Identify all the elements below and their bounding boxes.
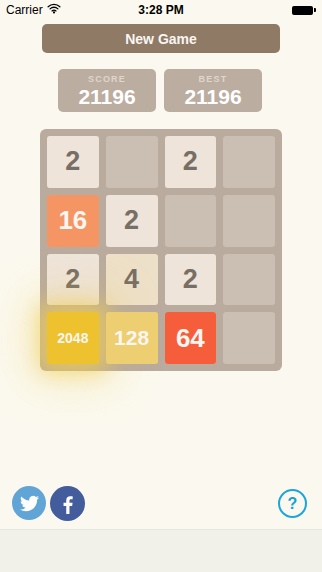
best-box: BEST 21196 — [164, 69, 262, 112]
empty-cell — [223, 195, 275, 247]
help-button[interactable]: ? — [278, 489, 307, 518]
cell-tile-2: 2 — [106, 195, 158, 247]
cell-tile-2: 2 — [47, 136, 99, 188]
score-label: SCORE — [88, 74, 126, 84]
tile-4: 4 — [106, 254, 158, 306]
cell-tile-4: 4 — [106, 254, 158, 306]
empty-cell — [106, 136, 158, 188]
tile-2: 2 — [165, 254, 217, 306]
tile-2048: 2048 — [47, 312, 99, 364]
tile-16: 16 — [47, 195, 99, 247]
cell-tile-128: 128 — [106, 312, 158, 364]
empty-cell — [165, 195, 217, 247]
board[interactable]: 22162242204812864 — [40, 129, 282, 371]
tile-2: 2 — [47, 136, 99, 188]
cell-tile-2: 2 — [47, 254, 99, 306]
footer-strip — [0, 529, 322, 572]
tile-2: 2 — [106, 195, 158, 247]
cell-tile-2: 2 — [165, 136, 217, 188]
battery-icon — [292, 6, 316, 15]
empty-cell — [223, 312, 275, 364]
facebook-icon — [57, 493, 79, 515]
cell-tile-16: 16 — [47, 195, 99, 247]
twitter-share-button[interactable] — [12, 486, 46, 520]
carrier-label: Carrier — [6, 3, 43, 17]
wifi-icon — [47, 3, 61, 17]
tile-128: 128 — [106, 312, 158, 364]
tile-64: 64 — [165, 312, 217, 364]
score-box: SCORE 21196 — [58, 69, 156, 112]
best-value: 21196 — [184, 85, 241, 109]
cell-tile-64: 64 — [165, 312, 217, 364]
score-panel: SCORE 21196 BEST 21196 — [58, 69, 262, 112]
status-bar: 3:28 PM Carrier — [0, 0, 322, 20]
empty-cell — [223, 136, 275, 188]
new-game-button[interactable]: New Game — [42, 24, 280, 53]
cell-tile-2: 2 — [165, 254, 217, 306]
tile-2: 2 — [47, 254, 99, 306]
empty-cell — [223, 254, 275, 306]
score-value: 21196 — [78, 85, 135, 109]
facebook-share-button[interactable] — [50, 486, 85, 521]
best-label: BEST — [199, 74, 228, 84]
tile-2: 2 — [165, 136, 217, 188]
app-screen: 3:28 PM Carrier New Game SCORE 21196 BES… — [0, 0, 322, 572]
cell-tile-2048: 2048 — [47, 312, 99, 364]
twitter-icon — [20, 494, 39, 513]
